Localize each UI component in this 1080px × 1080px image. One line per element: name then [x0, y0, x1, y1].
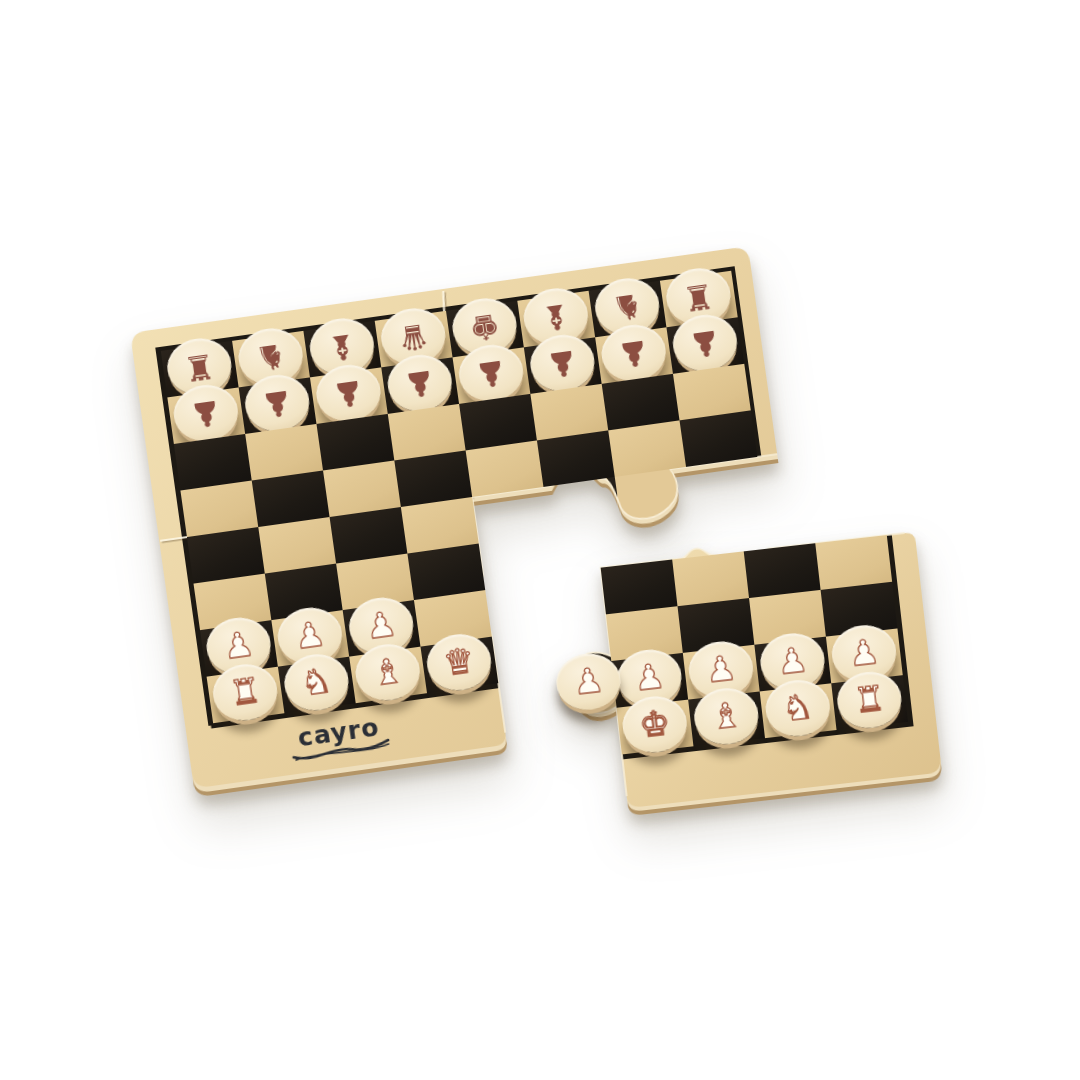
square-f5: [537, 430, 615, 487]
piece-glyph: ♚: [620, 693, 690, 756]
square-h4: [815, 535, 892, 590]
piece-white-queen[interactable]: ♛: [423, 630, 494, 694]
puzzle-piece-board[interactable]: ♟♟♟♟♚♝♞♜ ♟: [545, 532, 943, 824]
square-b1: ♞: [278, 657, 356, 714]
piece-glyph: ♝: [352, 640, 423, 704]
photo-stage: ♜♞♝♛♚♝♞♜♟♟♟♟♟♟♟♟♟♟♟♜♞♝♛ cayro: [0, 0, 1080, 1080]
piece-glyph: ♞: [281, 650, 352, 714]
piece-glyph: ♟: [554, 650, 624, 713]
square-e1: ♚: [617, 700, 694, 755]
square-g1: ♞: [760, 683, 837, 738]
piece-white-bishop[interactable]: ♝: [691, 684, 761, 747]
square-f4: [672, 551, 749, 606]
square-c1: ♝: [349, 647, 427, 704]
piece-board-grid: ♟♟♟♟♚♝♞♜: [601, 535, 908, 754]
square-g4: [744, 543, 821, 598]
square-g5: [608, 420, 686, 477]
square-f1: ♝: [688, 691, 765, 746]
square-e5: [466, 440, 544, 497]
piece-glyph: ♛: [423, 630, 494, 694]
piece-glyph: ♞: [763, 676, 833, 739]
piece-glyph: ♜: [834, 668, 904, 731]
piece-white-knight[interactable]: ♞: [281, 650, 352, 714]
piece-white-pawn[interactable]: ♟: [554, 650, 624, 713]
square-a1: ♜: [207, 667, 285, 724]
piece-white-king[interactable]: ♚: [620, 693, 690, 756]
piece-white-bishop[interactable]: ♝: [352, 640, 423, 704]
tab-slot: ♟: [554, 650, 624, 713]
piece-glyph: ♝: [691, 684, 761, 747]
piece-white-knight[interactable]: ♞: [763, 676, 833, 739]
piece-glyph: ♜: [209, 660, 280, 724]
piece-white-rook[interactable]: ♜: [209, 660, 280, 724]
square-d1: ♛: [420, 637, 498, 694]
piece-white-rook[interactable]: ♜: [834, 668, 904, 731]
square-h1: ♜: [831, 675, 908, 730]
square-h5: [680, 410, 758, 467]
square-e4: [601, 560, 678, 615]
